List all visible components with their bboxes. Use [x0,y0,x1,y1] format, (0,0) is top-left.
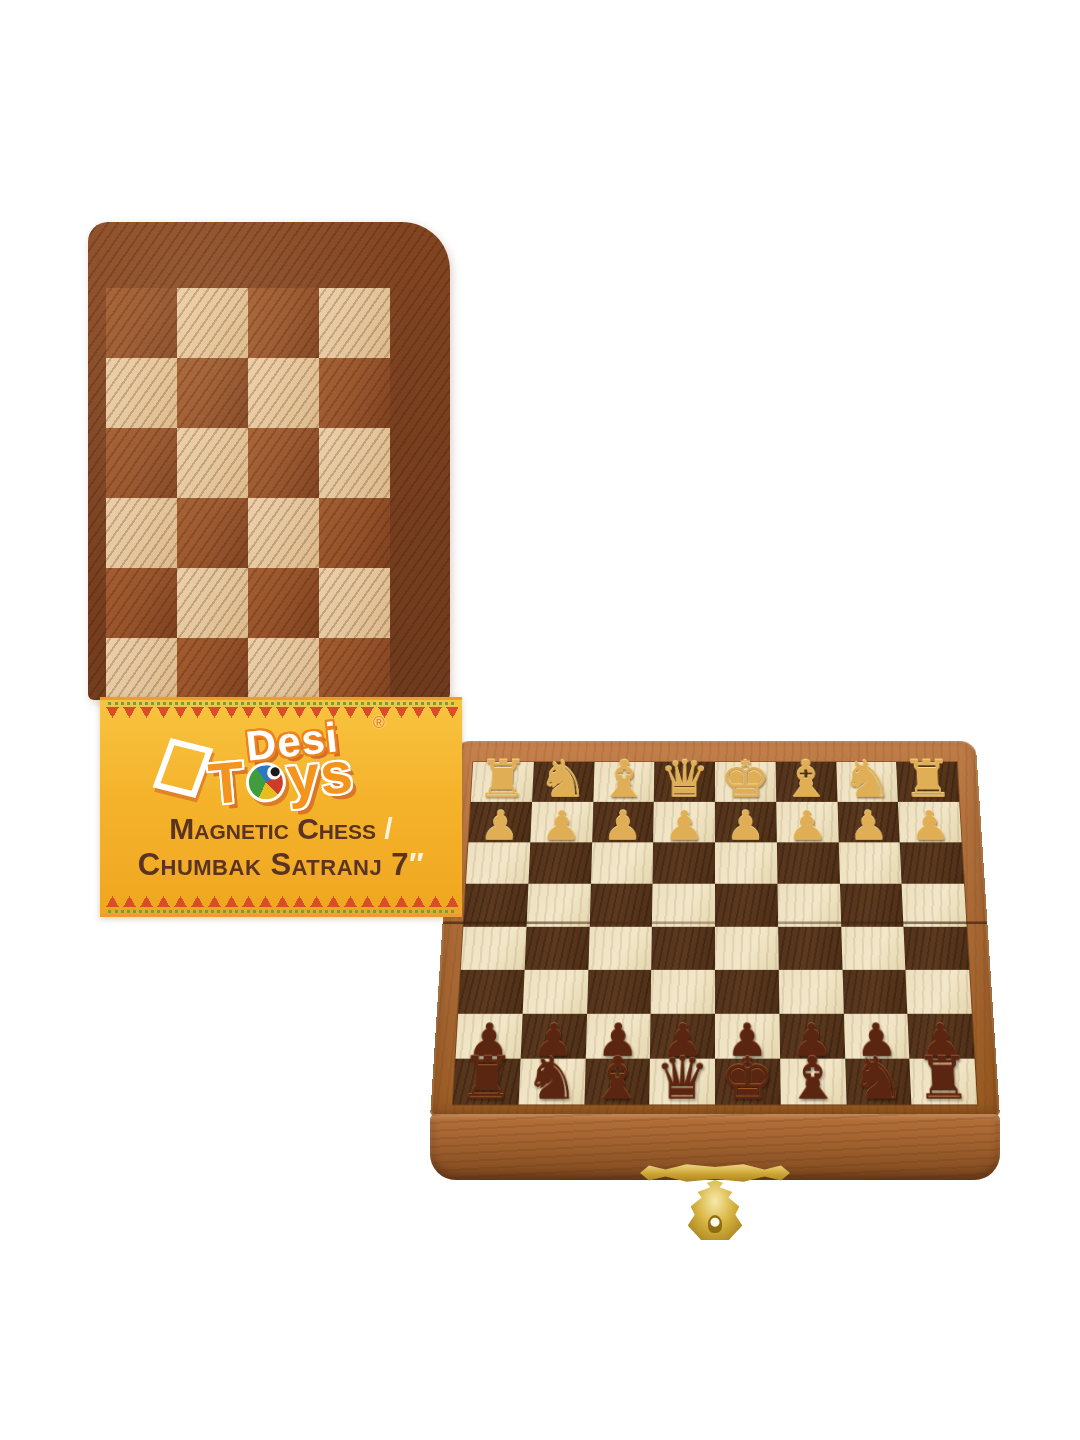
piece-white-knight: ♞ [536,754,589,805]
square-r4c4 [652,884,715,926]
square-r8c5: ♚ [715,1059,781,1105]
square-r8c2: ♞ [518,1059,585,1105]
square-r1c7: ♞ [836,762,898,802]
label-dotted-line [108,702,454,705]
piece-white-bishop: ♝ [780,754,832,805]
square-r6c4 [651,970,715,1014]
piece-white-queen: ♛ [659,754,711,805]
square-r1c5: ♚ [715,762,776,802]
square-r4c3 [589,884,653,926]
box-pattern-square [248,358,319,428]
square-r4c7 [840,884,904,926]
piece-white-pawn: ♟ [664,805,704,846]
logo-toys-ys: ys [284,738,356,811]
piece-black-rook: ♜ [914,1049,972,1108]
piece-black-rook: ♜ [458,1049,516,1108]
product-title-line2: Chumbak Satranj 7″ [100,847,462,883]
piece-white-knight: ♞ [840,754,893,805]
square-r5c2 [524,926,589,969]
piece-white-rook: ♜ [475,754,529,805]
piece-black-queen: ♛ [654,1049,710,1108]
square-r1c8: ♜ [896,762,959,802]
box-pattern-square [177,428,248,498]
box-checker-pattern [106,288,390,708]
square-r5c8 [904,926,969,969]
box-pattern-square [106,428,177,498]
box-pattern-square [177,358,248,428]
box-pattern-square [248,498,319,568]
square-r4c1 [463,884,528,926]
box-pattern-square [177,288,248,358]
box-pattern-square [106,568,177,638]
box-pattern-square [106,498,177,568]
piece-white-bishop: ♝ [598,754,650,805]
piece-white-pawn: ♟ [541,805,583,846]
square-r6c8 [906,970,972,1014]
registered-trademark-icon: ® [373,714,385,732]
box-pattern-square [177,498,248,568]
box-pattern-square [106,288,177,358]
product-photo: ♜♞♝♛♚♝♞♜♟♟♟♟♟♟♟♟♟♟♟♟♟♟♟♟♜♞♝♛♚♝♞♜ Desi ® … [0,0,1080,1440]
chess-board-grid: ♜♞♝♛♚♝♞♜♟♟♟♟♟♟♟♟♟♟♟♟♟♟♟♟♜♞♝♛♚♝♞♜ [453,762,977,1104]
piece-white-pawn: ♟ [602,805,643,846]
square-r8c6: ♝ [780,1059,846,1105]
box-pattern-square [177,568,248,638]
piece-white-pawn: ♟ [787,805,828,846]
piece-white-pawn: ♟ [909,805,951,846]
square-r1c3: ♝ [593,762,655,802]
logo-kite-icon [153,738,214,798]
box-pattern-square [319,358,390,428]
piece-white-rook: ♜ [901,754,955,805]
square-r1c1: ♜ [471,762,534,802]
logo-ball-o-icon [245,760,288,803]
square-r5c5 [715,926,779,969]
logo-toys-text: Tys [206,738,356,817]
title-line1-text: Magnetic Chess [169,812,376,845]
label-edge-line [100,697,462,700]
piece-black-bishop: ♝ [589,1049,645,1108]
square-r4c6 [777,884,841,926]
square-r8c4: ♛ [649,1059,715,1105]
label-edge-line [100,914,462,917]
square-r8c1: ♜ [453,1059,521,1105]
piece-black-king: ♚ [720,1049,776,1108]
piece-black-knight: ♞ [523,1049,580,1108]
square-r5c1 [461,926,526,969]
box-pattern-square [248,568,319,638]
box-pattern-square [248,288,319,358]
square-r6c7 [842,970,908,1014]
product-title-line1: Magnetic Chess / [100,812,462,847]
piece-white-pawn: ♟ [848,805,890,846]
piece-white-king: ♚ [720,754,772,805]
box-pattern-square [248,428,319,498]
title-slash: / [384,812,392,845]
square-r4c5 [715,884,778,926]
title-line2-text: Chumbak Satranj 7 [138,847,409,882]
desi-toys-logo: Desi ® Tys [100,718,462,810]
board-fold-seam [443,921,988,924]
product-label: Desi ® Tys Magnetic Chess / Chumbak Satr… [100,697,462,917]
label-dotted-line [108,910,454,913]
piece-white-pawn: ♟ [726,805,766,846]
square-r6c1 [458,970,524,1014]
closed-folded-box [88,222,450,700]
square-r4c2 [526,884,590,926]
square-r5c7 [841,926,906,969]
square-r8c3: ♝ [584,1059,650,1105]
piece-white-pawn: ♟ [479,805,521,846]
piece-black-bishop: ♝ [785,1049,841,1108]
label-triangle-border-bottom [104,896,458,907]
square-r6c6 [779,970,844,1014]
title-inch-mark: ″ [409,847,424,882]
box-pattern-square [106,358,177,428]
open-chess-board: ♜♞♝♛♚♝♞♜♟♟♟♟♟♟♟♟♟♟♟♟♟♟♟♟♜♞♝♛♚♝♞♜ [430,741,1000,1118]
box-pattern-square [319,288,390,358]
square-r8c8: ♜ [910,1059,978,1105]
box-pattern-square [319,428,390,498]
box-pattern-square [319,498,390,568]
square-r6c2 [522,970,588,1014]
square-r5c6 [778,926,842,969]
square-r6c3 [587,970,652,1014]
square-r5c3 [588,926,652,969]
logo-toys-t: T [206,747,248,817]
box-pattern-square [319,568,390,638]
label-triangle-border-top [104,707,458,718]
square-r6c5 [715,970,779,1014]
square-r5c4 [651,926,715,969]
square-r1c2: ♞ [532,762,594,802]
square-r1c6: ♝ [775,762,837,802]
square-r8c7: ♞ [845,1059,912,1105]
piece-black-knight: ♞ [849,1049,906,1108]
square-r4c8 [902,884,967,926]
brass-clasp-shell [686,1180,744,1240]
square-r1c4: ♛ [654,762,715,802]
